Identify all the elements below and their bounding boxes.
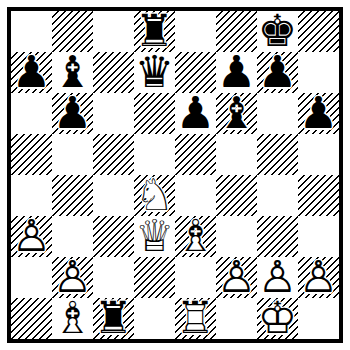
square-c4[interactable] (93, 175, 134, 216)
black-pawn-g7[interactable]: ♟♟ (257, 52, 298, 93)
piece-glyph: ♙ (12, 214, 51, 258)
square-b5[interactable] (52, 134, 93, 175)
square-b1[interactable]: ♝♗ (52, 298, 93, 339)
square-e6[interactable]: ♟♟ (175, 93, 216, 134)
piece-glyph: ♕ (135, 214, 174, 258)
square-e1[interactable]: ♜♖ (175, 298, 216, 339)
square-h8[interactable] (298, 11, 339, 52)
piece-glyph: ♖ (176, 296, 215, 340)
piece-glyph: ♜ (94, 296, 133, 340)
piece-glyph: ♟ (258, 50, 297, 94)
square-c5[interactable] (93, 134, 134, 175)
square-h5[interactable] (298, 134, 339, 175)
square-f1[interactable] (216, 298, 257, 339)
square-h4[interactable] (298, 175, 339, 216)
square-c6[interactable] (93, 93, 134, 134)
square-e5[interactable] (175, 134, 216, 175)
black-pawn-h6[interactable]: ♟♟ (298, 93, 339, 134)
square-b6[interactable]: ♟♟ (52, 93, 93, 134)
piece-glyph: ♟ (176, 91, 215, 135)
black-queen-d7[interactable]: ♛♛ (134, 52, 175, 93)
black-bishop-f6[interactable]: ♝♝ (216, 93, 257, 134)
piece-glyph: ♟ (299, 91, 338, 135)
square-g5[interactable] (257, 134, 298, 175)
black-rook-c1[interactable]: ♜♜ (93, 298, 134, 339)
square-a5[interactable] (11, 134, 52, 175)
chess-board: ♜♜♚♚♟♟♝♝♛♛♟♟♟♟♟♟♟♟♝♝♟♟♞♘♟♙♛♕♝♗♟♙♟♙♟♙♟♙♝♗… (11, 11, 339, 339)
square-d1[interactable] (134, 298, 175, 339)
white-queen-d3[interactable]: ♛♕ (134, 216, 175, 257)
square-c3[interactable] (93, 216, 134, 257)
square-f2[interactable]: ♟♙ (216, 257, 257, 298)
square-a3[interactable]: ♟♙ (11, 216, 52, 257)
square-d6[interactable] (134, 93, 175, 134)
black-pawn-b6[interactable]: ♟♟ (52, 93, 93, 134)
white-pawn-h2[interactable]: ♟♙ (298, 257, 339, 298)
piece-glyph: ♙ (217, 255, 256, 299)
piece-glyph: ♝ (217, 91, 256, 135)
square-h1[interactable] (298, 298, 339, 339)
square-h2[interactable]: ♟♙ (298, 257, 339, 298)
square-b4[interactable] (52, 175, 93, 216)
board-frame: ♜♜♚♚♟♟♝♝♛♛♟♟♟♟♟♟♟♟♝♝♟♟♞♘♟♙♛♕♝♗♟♙♟♙♟♙♟♙♝♗… (7, 7, 343, 343)
square-c8[interactable] (93, 11, 134, 52)
square-g6[interactable] (257, 93, 298, 134)
square-e3[interactable]: ♝♗ (175, 216, 216, 257)
piece-glyph: ♙ (299, 255, 338, 299)
piece-glyph: ♛ (135, 50, 174, 94)
square-a2[interactable] (11, 257, 52, 298)
square-d7[interactable]: ♛♛ (134, 52, 175, 93)
square-g7[interactable]: ♟♟ (257, 52, 298, 93)
square-a6[interactable] (11, 93, 52, 134)
white-bishop-e3[interactable]: ♝♗ (175, 216, 216, 257)
piece-glyph: ♔ (258, 296, 297, 340)
white-bishop-b1[interactable]: ♝♗ (52, 298, 93, 339)
white-rook-e1[interactable]: ♜♖ (175, 298, 216, 339)
black-pawn-e6[interactable]: ♟♟ (175, 93, 216, 134)
piece-glyph: ♗ (176, 214, 215, 258)
square-f5[interactable] (216, 134, 257, 175)
square-g1[interactable]: ♚♔ (257, 298, 298, 339)
square-d2[interactable] (134, 257, 175, 298)
piece-glyph: ♟ (53, 91, 92, 135)
piece-glyph: ♗ (53, 296, 92, 340)
square-c1[interactable]: ♜♜ (93, 298, 134, 339)
piece-glyph: ♟ (12, 50, 51, 94)
square-e8[interactable] (175, 11, 216, 52)
white-pawn-f2[interactable]: ♟♙ (216, 257, 257, 298)
white-king-g1[interactable]: ♚♔ (257, 298, 298, 339)
square-f6[interactable]: ♝♝ (216, 93, 257, 134)
square-g4[interactable] (257, 175, 298, 216)
white-pawn-a3[interactable]: ♟♙ (11, 216, 52, 257)
square-h6[interactable]: ♟♟ (298, 93, 339, 134)
square-c7[interactable] (93, 52, 134, 93)
black-pawn-a7[interactable]: ♟♟ (11, 52, 52, 93)
chess-diagram-page: ♜♜♚♚♟♟♝♝♛♛♟♟♟♟♟♟♟♟♝♝♟♟♞♘♟♙♛♕♝♗♟♙♟♙♟♙♟♙♝♗… (0, 0, 350, 350)
square-f4[interactable] (216, 175, 257, 216)
square-a7[interactable]: ♟♟ (11, 52, 52, 93)
square-d3[interactable]: ♛♕ (134, 216, 175, 257)
square-a1[interactable] (11, 298, 52, 339)
